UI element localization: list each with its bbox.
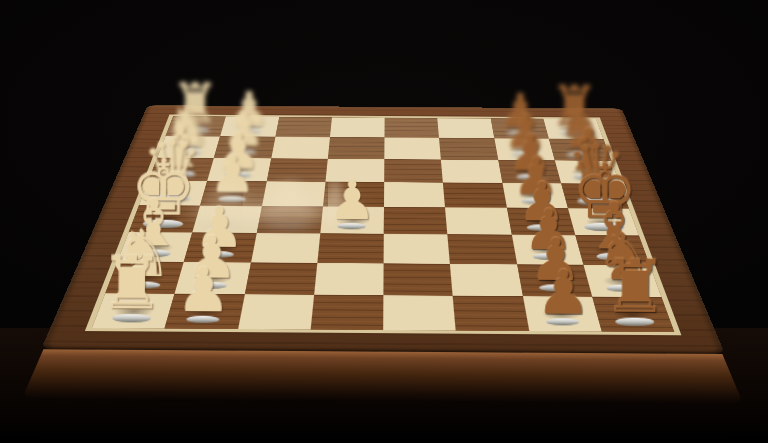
square-e4[interactable]: ♟ xyxy=(320,207,384,234)
square-f5[interactable] xyxy=(384,234,451,264)
square-a4[interactable] xyxy=(330,117,385,137)
board-frame: ♜♟♟♜♞♟♟♞♝♟♟♝♛♟♟♛♚♟♟♟♟♚♝♟♟♝♞♟♟♞♜♟♟♜ xyxy=(41,105,725,354)
square-c5[interactable] xyxy=(384,159,443,182)
square-g6[interactable] xyxy=(450,264,522,296)
white-pawn-h2[interactable]: ♟ xyxy=(176,259,231,321)
square-h1[interactable]: ♜ xyxy=(92,293,175,328)
white-rook-h1[interactable]: ♜ xyxy=(98,247,164,320)
square-b6[interactable] xyxy=(439,138,498,160)
square-a3[interactable] xyxy=(275,117,332,137)
square-f3[interactable] xyxy=(251,233,320,263)
square-a5[interactable] xyxy=(384,118,439,138)
square-b4[interactable] xyxy=(328,137,385,159)
square-c6[interactable] xyxy=(441,159,502,182)
square-b3[interactable] xyxy=(271,137,330,159)
square-h2[interactable]: ♟ xyxy=(165,294,245,329)
square-h3[interactable] xyxy=(238,294,314,329)
square-h5[interactable] xyxy=(383,295,456,330)
square-a6[interactable] xyxy=(437,118,493,138)
square-d6[interactable] xyxy=(443,183,506,208)
square-d5[interactable] xyxy=(384,182,445,207)
motion-blur-ghost-e3: ♟ xyxy=(243,173,335,227)
square-g5[interactable] xyxy=(383,263,453,295)
square-h8[interactable]: ♜ xyxy=(592,297,674,332)
chessboard: ♜♟♟♜♞♟♟♞♝♟♟♝♛♟♟♛♚♟♟♟♟♚♝♟♟♝♞♟♟♞♜♟♟♜ xyxy=(85,115,682,336)
square-h7[interactable]: ♟ xyxy=(522,296,601,331)
square-e3[interactable]: ♟ xyxy=(256,206,322,233)
square-f4[interactable] xyxy=(317,234,384,264)
square-e6[interactable] xyxy=(445,207,511,234)
square-h4[interactable] xyxy=(310,295,383,330)
black-rook-h8[interactable]: ♜ xyxy=(603,250,669,323)
black-pawn-h7[interactable]: ♟ xyxy=(536,262,591,324)
square-e5[interactable] xyxy=(384,207,448,234)
square-b5[interactable] xyxy=(384,138,441,160)
square-g4[interactable] xyxy=(314,263,384,295)
square-g3[interactable] xyxy=(244,262,317,294)
square-h6[interactable] xyxy=(453,296,529,331)
scene: ♜♟♟♜♞♟♟♞♝♟♟♝♛♟♟♛♚♟♟♟♟♚♝♟♟♝♞♟♟♞♜♟♟♜ xyxy=(104,0,664,443)
white-pawn-e4[interactable]: ♟ xyxy=(328,174,376,228)
square-f6[interactable] xyxy=(448,234,517,264)
